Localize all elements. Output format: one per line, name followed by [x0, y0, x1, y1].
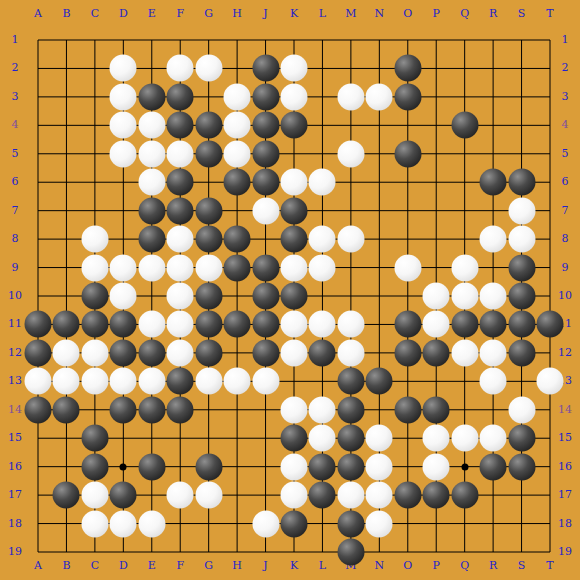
stone-N3-white — [366, 83, 393, 110]
stone-H13-white — [224, 368, 251, 395]
column-label-bottom-O: O — [403, 560, 412, 572]
stone-K15-black — [281, 425, 308, 452]
stone-J5-black — [252, 140, 279, 167]
stone-L6-white — [309, 169, 336, 196]
stone-C15-black — [81, 425, 108, 452]
stone-F17-white — [167, 482, 194, 509]
stone-H9-black — [224, 254, 251, 281]
column-label-top-O: O — [403, 8, 412, 20]
stone-L16-black — [309, 453, 336, 480]
stone-N17-white — [366, 482, 393, 509]
row-label-right-8: 8 — [562, 233, 569, 245]
stone-B17-black — [53, 482, 80, 509]
stone-D12-black — [110, 339, 137, 366]
stone-O3-black — [394, 83, 421, 110]
stone-H11-black — [224, 311, 251, 338]
stone-M3-white — [337, 83, 364, 110]
stone-J2-black — [252, 55, 279, 82]
column-label-bottom-L: L — [319, 560, 326, 572]
stone-K11-white — [281, 311, 308, 338]
go-board[interactable]: AABBCCDDEEFFGGHHJJKKLLMMNNOOPPQQRRSSTT11… — [0, 0, 580, 580]
stone-Q12-white — [451, 339, 478, 366]
stone-M16-black — [337, 453, 364, 480]
row-label-right-1: 1 — [562, 34, 569, 46]
column-label-top-Q: Q — [460, 8, 469, 20]
stone-S16-black — [508, 453, 535, 480]
stone-D2-white — [110, 55, 137, 82]
stone-A11-black — [25, 311, 52, 338]
column-label-top-F: F — [176, 8, 184, 20]
column-label-top-S: S — [518, 8, 526, 20]
row-label-right-18: 18 — [558, 518, 572, 530]
row-label-left-7: 7 — [12, 205, 19, 217]
stone-L11-white — [309, 311, 336, 338]
stone-C12-white — [81, 339, 108, 366]
stone-J10-black — [252, 283, 279, 310]
column-label-top-N: N — [375, 8, 385, 20]
stone-G5-black — [195, 140, 222, 167]
stone-F10-white — [167, 283, 194, 310]
stone-H6-black — [224, 169, 251, 196]
stone-J3-black — [252, 83, 279, 110]
row-label-right-10: 10 — [558, 290, 572, 302]
stone-O9-white — [394, 254, 421, 281]
stone-M18-black — [337, 510, 364, 537]
stone-K8-black — [281, 226, 308, 253]
stone-Q11-black — [451, 311, 478, 338]
stone-M15-black — [337, 425, 364, 452]
column-label-top-T: T — [546, 8, 553, 20]
stone-S10-black — [508, 283, 535, 310]
stone-O12-black — [394, 339, 421, 366]
stone-E18-white — [138, 510, 165, 537]
row-label-left-16: 16 — [8, 461, 22, 473]
stone-R16-black — [480, 453, 507, 480]
stone-R8-white — [480, 226, 507, 253]
column-label-top-R: R — [489, 8, 497, 20]
row-label-left-9: 9 — [12, 262, 19, 274]
stone-K16-white — [281, 453, 308, 480]
column-label-bottom-J: J — [263, 560, 267, 572]
column-label-top-A: A — [34, 8, 42, 20]
stone-J4-black — [252, 112, 279, 139]
column-label-top-L: L — [319, 8, 326, 20]
stone-O2-black — [394, 55, 421, 82]
stone-J13-white — [252, 368, 279, 395]
stone-F13-black — [167, 368, 194, 395]
stone-F4-black — [167, 112, 194, 139]
stone-E8-black — [138, 226, 165, 253]
stone-L15-white — [309, 425, 336, 452]
stone-K18-black — [281, 510, 308, 537]
stone-O17-black — [394, 482, 421, 509]
stone-M5-white — [337, 140, 364, 167]
stone-K4-black — [281, 112, 308, 139]
stone-S15-black — [508, 425, 535, 452]
stone-Q9-white — [451, 254, 478, 281]
stone-G8-black — [195, 226, 222, 253]
row-label-left-13: 13 — [8, 375, 22, 387]
column-label-bottom-N: N — [375, 560, 385, 572]
stone-E5-white — [138, 140, 165, 167]
stone-T11-black — [537, 311, 564, 338]
stone-S8-white — [508, 226, 535, 253]
stone-R10-white — [480, 283, 507, 310]
stone-G9-white — [195, 254, 222, 281]
stone-L9-white — [309, 254, 336, 281]
stone-G7-black — [195, 197, 222, 224]
column-label-bottom-K: K — [290, 560, 298, 572]
stone-C8-white — [81, 226, 108, 253]
row-label-right-12: 12 — [558, 347, 572, 359]
stone-D10-white — [110, 283, 137, 310]
stone-Q15-white — [451, 425, 478, 452]
stone-Q10-white — [451, 283, 478, 310]
stone-S7-white — [508, 197, 535, 224]
stone-S9-black — [508, 254, 535, 281]
stone-S11-black — [508, 311, 535, 338]
stone-N13-black — [366, 368, 393, 395]
column-label-bottom-Q: Q — [460, 560, 469, 572]
stone-M17-white — [337, 482, 364, 509]
row-label-left-1: 1 — [12, 34, 19, 46]
row-label-right-2: 2 — [562, 62, 569, 74]
stone-C13-white — [81, 368, 108, 395]
stone-L8-white — [309, 226, 336, 253]
row-label-right-6: 6 — [562, 176, 569, 188]
stone-K7-black — [281, 197, 308, 224]
stone-D11-black — [110, 311, 137, 338]
stone-L17-black — [309, 482, 336, 509]
row-label-left-4: 4 — [12, 119, 19, 131]
stone-B14-black — [53, 396, 80, 423]
stone-M19-black — [337, 539, 364, 566]
column-label-top-P: P — [433, 8, 440, 20]
stone-P11-white — [423, 311, 450, 338]
stone-G17-white — [195, 482, 222, 509]
stone-P10-white — [423, 283, 450, 310]
column-label-top-K: K — [290, 8, 298, 20]
stone-R11-black — [480, 311, 507, 338]
stone-P14-black — [423, 396, 450, 423]
stone-H5-white — [224, 140, 251, 167]
stone-J7-white — [252, 197, 279, 224]
stone-F8-white — [167, 226, 194, 253]
stone-R12-white — [480, 339, 507, 366]
stone-T13-white — [537, 368, 564, 395]
column-label-top-J: J — [263, 8, 267, 20]
column-label-bottom-A: A — [34, 560, 42, 572]
column-label-top-H: H — [232, 8, 242, 20]
stone-N16-white — [366, 453, 393, 480]
stone-O5-black — [394, 140, 421, 167]
stone-P15-white — [423, 425, 450, 452]
stone-J6-black — [252, 169, 279, 196]
stone-K3-white — [281, 83, 308, 110]
stone-D4-white — [110, 112, 137, 139]
stone-K2-white — [281, 55, 308, 82]
stone-M12-white — [337, 339, 364, 366]
stone-C9-white — [81, 254, 108, 281]
stone-R6-black — [480, 169, 507, 196]
stone-F11-white — [167, 311, 194, 338]
column-label-bottom-H: H — [232, 560, 242, 572]
stone-F12-white — [167, 339, 194, 366]
row-label-left-18: 18 — [8, 518, 22, 530]
row-label-right-15: 15 — [558, 432, 572, 444]
row-label-right-7: 7 — [562, 205, 569, 217]
stone-B12-white — [53, 339, 80, 366]
stone-F14-black — [167, 396, 194, 423]
stone-G16-black — [195, 453, 222, 480]
stone-E6-white — [138, 169, 165, 196]
row-label-left-3: 3 — [12, 91, 19, 103]
stone-R13-white — [480, 368, 507, 395]
column-label-bottom-E: E — [148, 560, 156, 572]
stone-D17-black — [110, 482, 137, 509]
column-label-bottom-G: G — [204, 560, 213, 572]
stone-G11-black — [195, 311, 222, 338]
stone-F9-white — [167, 254, 194, 281]
stone-C16-black — [81, 453, 108, 480]
stone-L12-black — [309, 339, 336, 366]
stone-E11-white — [138, 311, 165, 338]
stone-K17-white — [281, 482, 308, 509]
stone-Q4-black — [451, 112, 478, 139]
stone-D3-white — [110, 83, 137, 110]
stone-F2-white — [167, 55, 194, 82]
stone-L14-white — [309, 396, 336, 423]
row-label-right-16: 16 — [558, 461, 572, 473]
stone-E9-white — [138, 254, 165, 281]
stone-B11-black — [53, 311, 80, 338]
column-label-bottom-D: D — [119, 560, 128, 572]
column-label-bottom-F: F — [176, 560, 184, 572]
row-label-right-3: 3 — [562, 91, 569, 103]
stone-M13-black — [337, 368, 364, 395]
stone-K10-black — [281, 283, 308, 310]
stone-K12-white — [281, 339, 308, 366]
stone-G12-black — [195, 339, 222, 366]
column-label-bottom-C: C — [91, 560, 99, 572]
row-label-left-6: 6 — [12, 176, 19, 188]
stone-P17-black — [423, 482, 450, 509]
stone-H4-white — [224, 112, 251, 139]
stone-Q17-black — [451, 482, 478, 509]
stone-N15-white — [366, 425, 393, 452]
stone-H3-white — [224, 83, 251, 110]
stone-S14-white — [508, 396, 535, 423]
column-label-bottom-T: T — [546, 560, 553, 572]
column-label-top-G: G — [204, 8, 213, 20]
stone-O11-black — [394, 311, 421, 338]
stone-F5-white — [167, 140, 194, 167]
stone-P12-black — [423, 339, 450, 366]
row-label-left-12: 12 — [8, 347, 22, 359]
stone-O14-black — [394, 396, 421, 423]
row-label-left-5: 5 — [12, 148, 19, 160]
stone-D9-white — [110, 254, 137, 281]
stone-K6-white — [281, 169, 308, 196]
stone-J11-black — [252, 311, 279, 338]
stone-F6-black — [167, 169, 194, 196]
stone-E4-white — [138, 112, 165, 139]
stone-G13-white — [195, 368, 222, 395]
stone-C18-white — [81, 510, 108, 537]
column-label-bottom-P: P — [433, 560, 440, 572]
column-label-bottom-S: S — [518, 560, 526, 572]
star-point-D16 — [120, 463, 127, 470]
stone-F7-black — [167, 197, 194, 224]
column-label-top-C: C — [91, 8, 99, 20]
stone-J18-white — [252, 510, 279, 537]
row-label-left-10: 10 — [8, 290, 22, 302]
row-label-right-17: 17 — [558, 489, 572, 501]
stone-S12-black — [508, 339, 535, 366]
stone-A12-black — [25, 339, 52, 366]
stone-C10-black — [81, 283, 108, 310]
stone-H8-black — [224, 226, 251, 253]
stone-J9-black — [252, 254, 279, 281]
stone-K9-white — [281, 254, 308, 281]
stone-C11-black — [81, 311, 108, 338]
stone-R15-white — [480, 425, 507, 452]
row-label-left-11: 11 — [8, 318, 22, 330]
stone-S6-black — [508, 169, 535, 196]
row-label-left-15: 15 — [8, 432, 22, 444]
stone-E13-white — [138, 368, 165, 395]
stone-M14-black — [337, 396, 364, 423]
stone-M8-white — [337, 226, 364, 253]
column-label-top-B: B — [62, 8, 70, 20]
stone-A13-white — [25, 368, 52, 395]
row-label-right-4: 4 — [562, 119, 569, 131]
row-label-right-14: 14 — [558, 404, 572, 416]
stone-G2-white — [195, 55, 222, 82]
stone-E12-black — [138, 339, 165, 366]
stone-E7-black — [138, 197, 165, 224]
stone-N18-white — [366, 510, 393, 537]
row-label-right-19: 19 — [558, 546, 572, 558]
stone-J12-black — [252, 339, 279, 366]
row-label-right-5: 5 — [562, 148, 569, 160]
stone-K14-white — [281, 396, 308, 423]
go-board-app: { "game": "go", "board": { "size": 19, "… — [0, 0, 580, 580]
stone-C17-white — [81, 482, 108, 509]
row-label-left-2: 2 — [12, 62, 19, 74]
column-label-top-E: E — [148, 8, 156, 20]
stone-D5-white — [110, 140, 137, 167]
stone-D14-black — [110, 396, 137, 423]
column-label-bottom-R: R — [489, 560, 497, 572]
column-label-bottom-B: B — [62, 560, 70, 572]
stone-G4-black — [195, 112, 222, 139]
column-label-top-M: M — [345, 8, 356, 20]
column-label-top-D: D — [119, 8, 128, 20]
stone-E16-black — [138, 453, 165, 480]
row-label-right-9: 9 — [562, 262, 569, 274]
row-label-left-8: 8 — [12, 233, 19, 245]
stone-F3-black — [167, 83, 194, 110]
stone-G10-black — [195, 283, 222, 310]
stone-A14-black — [25, 396, 52, 423]
stone-E14-black — [138, 396, 165, 423]
stone-E3-black — [138, 83, 165, 110]
star-point-Q16 — [461, 463, 468, 470]
stone-D18-white — [110, 510, 137, 537]
stone-B13-white — [53, 368, 80, 395]
row-label-left-17: 17 — [8, 489, 22, 501]
stone-D13-white — [110, 368, 137, 395]
row-label-left-19: 19 — [8, 546, 22, 558]
stone-P16-white — [423, 453, 450, 480]
stone-M11-white — [337, 311, 364, 338]
row-label-left-14: 14 — [8, 404, 22, 416]
